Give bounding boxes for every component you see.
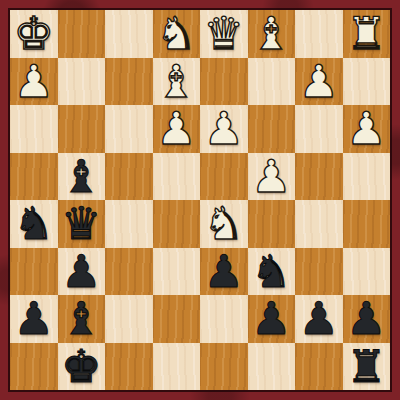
black-pawn-g2[interactable]: ♟: [299, 295, 339, 342]
square-a5[interactable]: [10, 153, 58, 201]
square-c2[interactable]: [105, 295, 153, 343]
white-knight-d8[interactable]: ♞: [156, 10, 196, 57]
square-g4[interactable]: [295, 200, 343, 248]
square-a8[interactable]: ♚: [10, 10, 58, 58]
square-e1[interactable]: [200, 343, 248, 391]
square-b3[interactable]: ♟: [58, 248, 106, 296]
square-d4[interactable]: [153, 200, 201, 248]
black-queen-b4[interactable]: ♛: [61, 200, 101, 247]
square-e7[interactable]: [200, 58, 248, 106]
square-f4[interactable]: [248, 200, 296, 248]
square-f6[interactable]: [248, 105, 296, 153]
square-a1[interactable]: [10, 343, 58, 391]
square-c5[interactable]: [105, 153, 153, 201]
square-c6[interactable]: [105, 105, 153, 153]
square-c4[interactable]: [105, 200, 153, 248]
square-d2[interactable]: [153, 295, 201, 343]
square-g3[interactable]: [295, 248, 343, 296]
square-b8[interactable]: [58, 10, 106, 58]
square-a7[interactable]: ♟: [10, 58, 58, 106]
square-a3[interactable]: [10, 248, 58, 296]
white-pawn-f5[interactable]: ♟: [251, 153, 291, 200]
square-e3[interactable]: ♟: [200, 248, 248, 296]
square-a4[interactable]: ♞: [10, 200, 58, 248]
square-d3[interactable]: [153, 248, 201, 296]
square-h6[interactable]: ♟: [343, 105, 391, 153]
square-e2[interactable]: [200, 295, 248, 343]
white-pawn-a7[interactable]: ♟: [14, 58, 54, 105]
square-h4[interactable]: [343, 200, 391, 248]
square-f2[interactable]: ♟: [248, 295, 296, 343]
square-b6[interactable]: [58, 105, 106, 153]
square-h3[interactable]: [343, 248, 391, 296]
black-bishop-b5[interactable]: ♝: [61, 153, 101, 200]
square-b5[interactable]: ♝: [58, 153, 106, 201]
square-e4[interactable]: ♞: [200, 200, 248, 248]
square-d7[interactable]: ♝: [153, 58, 201, 106]
square-c3[interactable]: [105, 248, 153, 296]
white-queen-e8[interactable]: ♛: [204, 10, 244, 57]
white-pawn-g7[interactable]: ♟: [299, 58, 339, 105]
square-h5[interactable]: [343, 153, 391, 201]
square-h7[interactable]: [343, 58, 391, 106]
black-knight-a4[interactable]: ♞: [14, 200, 54, 247]
square-c8[interactable]: [105, 10, 153, 58]
square-g6[interactable]: [295, 105, 343, 153]
chess-board: ♚♞♛♝♜♟♝♟♟♟♟♝♟♞♛♞♟♟♞♟♝♟♟♟♚♜: [10, 10, 390, 390]
square-b2[interactable]: ♝: [58, 295, 106, 343]
square-a6[interactable]: [10, 105, 58, 153]
square-g8[interactable]: [295, 10, 343, 58]
black-pawn-a2[interactable]: ♟: [14, 295, 54, 342]
square-h2[interactable]: ♟: [343, 295, 391, 343]
white-bishop-d7[interactable]: ♝: [156, 58, 196, 105]
black-bishop-b2[interactable]: ♝: [61, 295, 101, 342]
white-knight-e4[interactable]: ♞: [204, 200, 244, 247]
white-rook-h8[interactable]: ♜: [346, 10, 386, 57]
square-f1[interactable]: [248, 343, 296, 391]
square-g1[interactable]: [295, 343, 343, 391]
square-g5[interactable]: [295, 153, 343, 201]
square-e5[interactable]: [200, 153, 248, 201]
black-king-b1[interactable]: ♚: [61, 343, 101, 390]
white-pawn-h6[interactable]: ♟: [346, 105, 386, 152]
square-h8[interactable]: ♜: [343, 10, 391, 58]
square-f7[interactable]: [248, 58, 296, 106]
white-king-a8[interactable]: ♚: [14, 10, 54, 57]
black-rook-h1[interactable]: ♜: [346, 343, 386, 390]
square-b4[interactable]: ♛: [58, 200, 106, 248]
black-knight-f3[interactable]: ♞: [251, 248, 291, 295]
square-d8[interactable]: ♞: [153, 10, 201, 58]
square-h1[interactable]: ♜: [343, 343, 391, 391]
board-frame: ♚♞♛♝♜♟♝♟♟♟♟♝♟♞♛♞♟♟♞♟♝♟♟♟♚♜: [0, 0, 400, 400]
square-f8[interactable]: ♝: [248, 10, 296, 58]
black-pawn-b3[interactable]: ♟: [61, 248, 101, 295]
square-c1[interactable]: [105, 343, 153, 391]
square-b7[interactable]: [58, 58, 106, 106]
black-pawn-e3[interactable]: ♟: [204, 248, 244, 295]
square-d5[interactable]: [153, 153, 201, 201]
white-pawn-e6[interactable]: ♟: [204, 105, 244, 152]
square-c7[interactable]: [105, 58, 153, 106]
square-f5[interactable]: ♟: [248, 153, 296, 201]
square-e8[interactable]: ♛: [200, 10, 248, 58]
square-f3[interactable]: ♞: [248, 248, 296, 296]
square-a2[interactable]: ♟: [10, 295, 58, 343]
white-bishop-f8[interactable]: ♝: [251, 10, 291, 57]
square-g7[interactable]: ♟: [295, 58, 343, 106]
square-b1[interactable]: ♚: [58, 343, 106, 391]
square-d1[interactable]: [153, 343, 201, 391]
square-e6[interactable]: ♟: [200, 105, 248, 153]
square-g2[interactable]: ♟: [295, 295, 343, 343]
white-pawn-d6[interactable]: ♟: [156, 105, 196, 152]
black-pawn-f2[interactable]: ♟: [251, 295, 291, 342]
square-d6[interactable]: ♟: [153, 105, 201, 153]
black-pawn-h2[interactable]: ♟: [346, 295, 386, 342]
